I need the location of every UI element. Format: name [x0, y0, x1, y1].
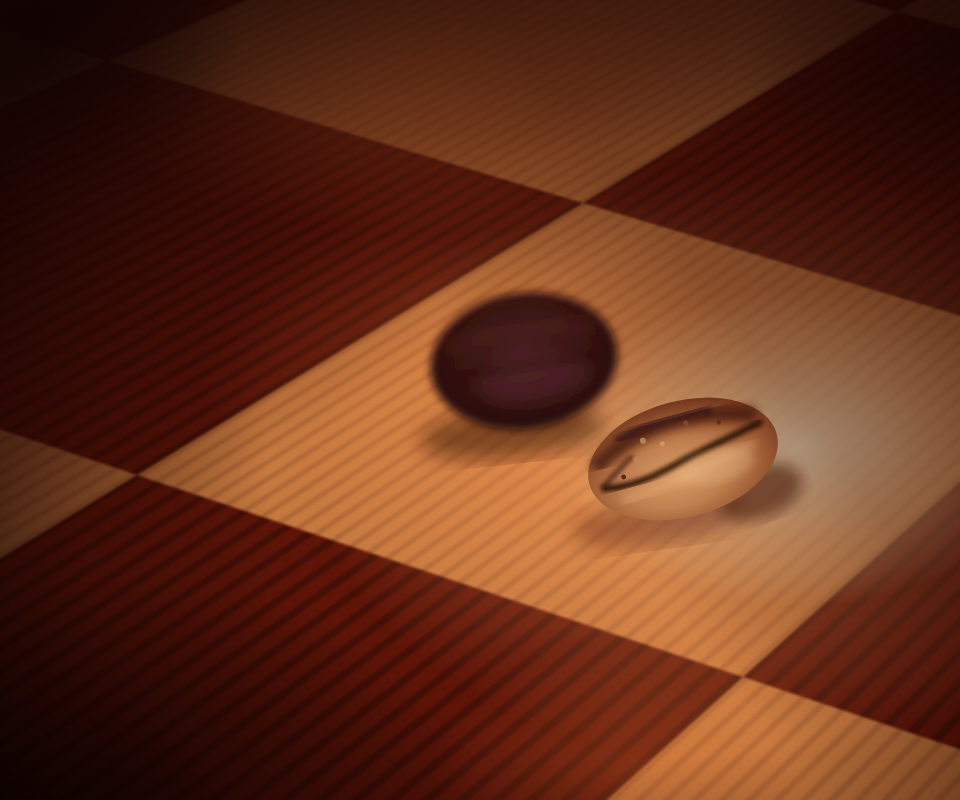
- board-perspective-wrap: [0, 0, 960, 800]
- checkerboard-macro-photo: [0, 0, 960, 800]
- checkerboard: [0, 0, 960, 800]
